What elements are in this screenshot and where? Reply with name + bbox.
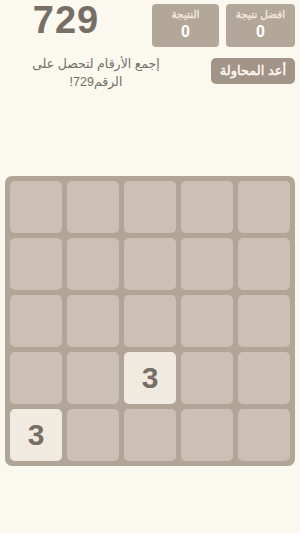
instructions-text: إجمع الأرقام لتحصل على الرقم729! (12, 55, 180, 91)
cell-r1-c3 (124, 181, 176, 233)
current-score-label: النتيجة (158, 8, 213, 20)
cell-r3-c2 (67, 295, 119, 347)
cell-r4-c5 (238, 352, 290, 404)
cell-r1-c4 (181, 181, 233, 233)
cell-r3-c3 (124, 295, 176, 347)
game-board[interactable]: 33 (5, 176, 295, 466)
cell-r4-c1 (10, 352, 62, 404)
current-score-value: 0 (158, 23, 213, 41)
tile-3: 3 (124, 352, 176, 404)
cell-r2-c4 (181, 238, 233, 290)
instructions-line1: إجمع الأرقام لتحصل على (32, 57, 160, 71)
cell-r3-c4 (181, 295, 233, 347)
retry-button[interactable]: أعد المحاولة (211, 58, 295, 84)
best-score-value: 0 (232, 23, 289, 41)
cell-r1-c5 (238, 181, 290, 233)
cell-r5-c5 (238, 409, 290, 461)
cell-r3-c1 (10, 295, 62, 347)
cell-r3-c5 (238, 295, 290, 347)
cell-r5-c4 (181, 409, 233, 461)
best-score-label: افضل نتيجة (232, 8, 289, 20)
cell-r1-c2 (67, 181, 119, 233)
cell-r4-c2 (67, 352, 119, 404)
cell-r2-c3 (124, 238, 176, 290)
cell-r5-c2 (67, 409, 119, 461)
cell-r2-c5 (238, 238, 290, 290)
best-score-box: افضل نتيجة 0 (226, 4, 295, 47)
app: 729 افضل نتيجة 0 النتيجة 0 إجمع الأرقام … (0, 0, 300, 533)
game-title: 729 (0, 0, 132, 44)
tile-3: 3 (10, 409, 62, 461)
cell-r2-c2 (67, 238, 119, 290)
score-panel: افضل نتيجة 0 النتيجة 0 (152, 4, 295, 47)
instructions-line2: الرقم729! (70, 75, 123, 89)
cell-r4-c4 (181, 352, 233, 404)
cell-r1-c1 (10, 181, 62, 233)
cell-r2-c1 (10, 238, 62, 290)
current-score-box: النتيجة 0 (152, 4, 219, 47)
cell-r5-c3 (124, 409, 176, 461)
